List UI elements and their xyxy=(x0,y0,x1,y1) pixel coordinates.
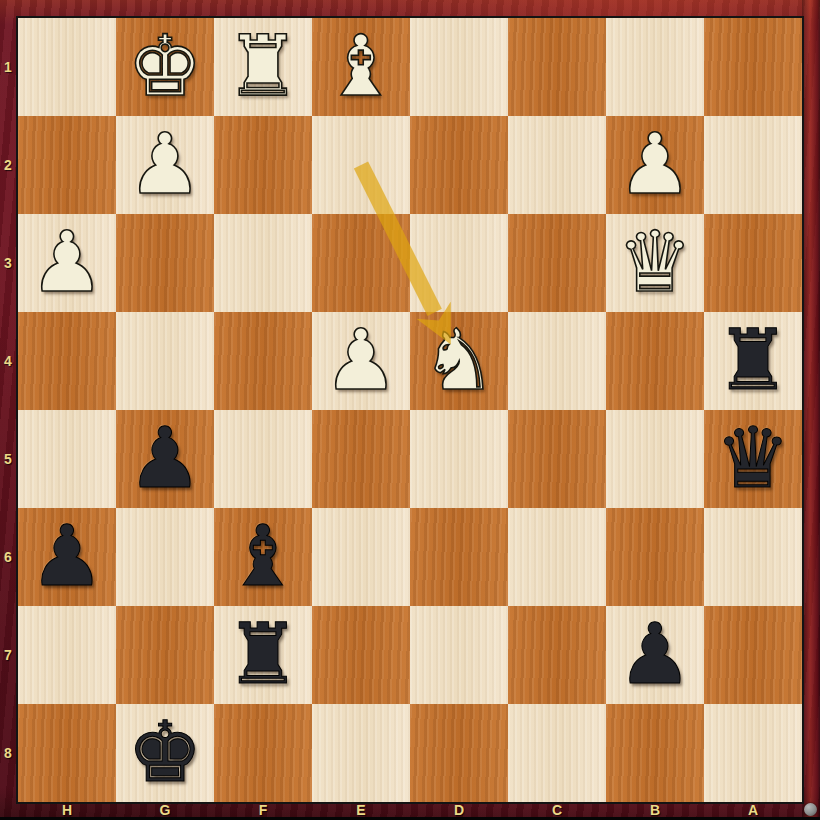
square-h7[interactable] xyxy=(18,606,116,704)
square-g5[interactable]: ♟ xyxy=(116,410,214,508)
square-c3[interactable] xyxy=(508,214,606,312)
rank-label-8: 8 xyxy=(4,745,12,761)
rank-label-3: 3 xyxy=(4,255,12,271)
square-c7[interactable] xyxy=(508,606,606,704)
square-d8[interactable] xyxy=(410,704,508,802)
piece-black-rook[interactable]: ♜ xyxy=(704,312,802,410)
file-label-e: E xyxy=(356,802,365,818)
file-label-d: D xyxy=(454,802,464,818)
file-label-b: B xyxy=(650,802,660,818)
square-c4[interactable] xyxy=(508,312,606,410)
square-b6[interactable] xyxy=(606,508,704,606)
square-a5[interactable]: ♛ xyxy=(704,410,802,508)
square-f1[interactable]: ♜ xyxy=(214,18,312,116)
piece-black-bishop[interactable]: ♝ xyxy=(214,508,312,606)
square-d1[interactable] xyxy=(410,18,508,116)
square-e8[interactable] xyxy=(312,704,410,802)
piece-white-bishop[interactable]: ♝ xyxy=(312,18,410,116)
square-f6[interactable]: ♝ xyxy=(214,508,312,606)
piece-white-pawn[interactable]: ♟ xyxy=(312,312,410,410)
square-h3[interactable]: ♟ xyxy=(18,214,116,312)
piece-black-pawn[interactable]: ♟ xyxy=(18,508,116,606)
rank-label-1: 1 xyxy=(4,59,12,75)
piece-white-pawn[interactable]: ♟ xyxy=(606,116,704,214)
square-d2[interactable] xyxy=(410,116,508,214)
square-b2[interactable]: ♟ xyxy=(606,116,704,214)
square-a3[interactable] xyxy=(704,214,802,312)
rank-label-7: 7 xyxy=(4,647,12,663)
square-h4[interactable] xyxy=(18,312,116,410)
rank-label-6: 6 xyxy=(4,549,12,565)
piece-black-king[interactable]: ♚ xyxy=(116,704,214,802)
square-e5[interactable] xyxy=(312,410,410,508)
square-f2[interactable] xyxy=(214,116,312,214)
piece-black-queen[interactable]: ♛ xyxy=(704,410,802,508)
square-h2[interactable] xyxy=(18,116,116,214)
piece-white-pawn[interactable]: ♟ xyxy=(116,116,214,214)
square-a7[interactable] xyxy=(704,606,802,704)
square-b3[interactable]: ♛ xyxy=(606,214,704,312)
square-c2[interactable] xyxy=(508,116,606,214)
rank-label-4: 4 xyxy=(4,353,12,369)
square-b7[interactable]: ♟ xyxy=(606,606,704,704)
rank-label-2: 2 xyxy=(4,157,12,173)
piece-white-pawn[interactable]: ♟ xyxy=(18,214,116,312)
file-label-f: F xyxy=(259,802,268,818)
chess-board: ♚♜♝♟♟♟♛♟♞♜♟♛♟♝♜♟♚ xyxy=(16,16,804,804)
board-frame: ♚♜♝♟♟♟♛♟♞♜♟♛♟♝♜♟♚ 12345678HGFEDCBA xyxy=(0,0,820,820)
rank-label-5: 5 xyxy=(4,451,12,467)
square-h5[interactable] xyxy=(18,410,116,508)
square-g8[interactable]: ♚ xyxy=(116,704,214,802)
piece-black-rook[interactable]: ♜ xyxy=(214,606,312,704)
square-c6[interactable] xyxy=(508,508,606,606)
piece-white-queen[interactable]: ♛ xyxy=(606,214,704,312)
square-a1[interactable] xyxy=(704,18,802,116)
square-h1[interactable] xyxy=(18,18,116,116)
square-f5[interactable] xyxy=(214,410,312,508)
square-c1[interactable] xyxy=(508,18,606,116)
square-a2[interactable] xyxy=(704,116,802,214)
file-label-a: A xyxy=(748,802,758,818)
square-g6[interactable] xyxy=(116,508,214,606)
square-h8[interactable] xyxy=(18,704,116,802)
square-c8[interactable] xyxy=(508,704,606,802)
piece-black-pawn[interactable]: ♟ xyxy=(606,606,704,704)
square-b1[interactable] xyxy=(606,18,704,116)
square-f8[interactable] xyxy=(214,704,312,802)
square-d4[interactable]: ♞ xyxy=(410,312,508,410)
piece-white-king[interactable]: ♚ xyxy=(116,18,214,116)
square-e2[interactable] xyxy=(312,116,410,214)
piece-black-pawn[interactable]: ♟ xyxy=(116,410,214,508)
square-d3[interactable] xyxy=(410,214,508,312)
square-f4[interactable] xyxy=(214,312,312,410)
square-d6[interactable] xyxy=(410,508,508,606)
square-g3[interactable] xyxy=(116,214,214,312)
piece-white-rook[interactable]: ♜ xyxy=(214,18,312,116)
square-a6[interactable] xyxy=(704,508,802,606)
square-b5[interactable] xyxy=(606,410,704,508)
square-f7[interactable]: ♜ xyxy=(214,606,312,704)
square-a4[interactable]: ♜ xyxy=(704,312,802,410)
square-g7[interactable] xyxy=(116,606,214,704)
corner-screw-icon xyxy=(804,803,817,816)
square-e1[interactable]: ♝ xyxy=(312,18,410,116)
square-e4[interactable]: ♟ xyxy=(312,312,410,410)
piece-white-knight[interactable]: ♞ xyxy=(410,312,508,410)
square-e6[interactable] xyxy=(312,508,410,606)
square-g4[interactable] xyxy=(116,312,214,410)
square-g2[interactable]: ♟ xyxy=(116,116,214,214)
square-h6[interactable]: ♟ xyxy=(18,508,116,606)
square-d7[interactable] xyxy=(410,606,508,704)
file-label-h: H xyxy=(62,802,72,818)
square-e3[interactable] xyxy=(312,214,410,312)
square-a8[interactable] xyxy=(704,704,802,802)
square-g1[interactable]: ♚ xyxy=(116,18,214,116)
square-c5[interactable] xyxy=(508,410,606,508)
square-b4[interactable] xyxy=(606,312,704,410)
square-e7[interactable] xyxy=(312,606,410,704)
file-label-c: C xyxy=(552,802,562,818)
square-d5[interactable] xyxy=(410,410,508,508)
square-b8[interactable] xyxy=(606,704,704,802)
file-label-g: G xyxy=(160,802,171,818)
frame-right-sheen xyxy=(802,0,820,820)
square-f3[interactable] xyxy=(214,214,312,312)
